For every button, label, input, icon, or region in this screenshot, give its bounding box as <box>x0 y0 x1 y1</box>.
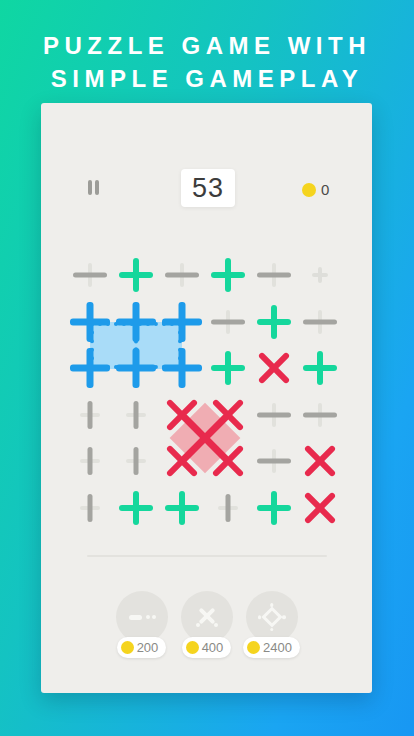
symbol-minus <box>257 444 291 478</box>
symbol-plus <box>165 491 199 525</box>
cell-r3c6[interactable] <box>297 345 343 392</box>
symbol-blueplus <box>70 302 110 342</box>
symbol-vbar <box>78 493 102 523</box>
symbol-minus <box>165 258 199 292</box>
cell-r1c2[interactable] <box>113 252 159 299</box>
powerup-compass-price: 2400 <box>263 640 292 655</box>
cell-r6c3[interactable] <box>159 485 205 532</box>
symbol-plus <box>119 258 153 292</box>
powerup-dash-price: 200 <box>137 640 159 655</box>
crossed-swords-icon <box>195 605 219 629</box>
symbol-faintplus <box>312 267 328 283</box>
cell-r5c1[interactable] <box>67 438 113 485</box>
cell-r1c5[interactable] <box>251 252 297 299</box>
powerup-swords-price: 400 <box>202 640 224 655</box>
divider-line <box>87 555 327 557</box>
symbol-vbar <box>216 493 240 523</box>
powerup-swords-circle[interactable] <box>181 591 233 643</box>
cell-r4c1[interactable] <box>67 392 113 439</box>
coin-count: 0 <box>321 181 329 198</box>
symbol-vbar <box>124 400 148 430</box>
cell-r6c1[interactable] <box>67 485 113 532</box>
symbol-plus <box>211 351 245 385</box>
big-red-cross <box>181 414 229 462</box>
cell-r2c5[interactable] <box>251 299 297 346</box>
score-display: 53 <box>181 169 235 207</box>
compass-diamond-icon <box>258 603 286 631</box>
powerup-dash-price-badge: 200 <box>117 637 167 658</box>
cell-r1c6[interactable] <box>297 252 343 299</box>
powerup-dash-circle[interactable] <box>116 591 168 643</box>
coin-icon <box>121 641 134 654</box>
dash-dots-icon <box>129 614 155 620</box>
cell-r6c6[interactable] <box>297 485 343 532</box>
cell-r2c4[interactable] <box>205 299 251 346</box>
cell-r3c4[interactable] <box>205 345 251 392</box>
title-line-1: PUZZLE GAME WITH <box>0 29 414 62</box>
cell-r2c3[interactable] <box>159 299 205 346</box>
symbol-minus <box>303 398 337 432</box>
powerup-compass[interactable]: 2400 <box>246 591 298 658</box>
cell-r2c2[interactable] <box>113 299 159 346</box>
title-line-2: SIMPLE GAMEPLAY <box>0 62 414 95</box>
symbol-blueplus <box>162 348 202 388</box>
coin-icon <box>247 641 260 654</box>
cell-r4c2[interactable] <box>113 392 159 439</box>
coin-icon <box>302 183 316 197</box>
symbol-cross <box>305 446 335 476</box>
cell-r5c6[interactable] <box>297 438 343 485</box>
symbol-minus <box>73 258 107 292</box>
symbol-plus <box>211 258 245 292</box>
game-screen-card: 53 0 200 400 <box>41 103 372 693</box>
app-store-title: PUZZLE GAME WITH SIMPLE GAMEPLAY <box>0 29 414 95</box>
symbol-minus <box>303 305 337 339</box>
cell-r4c6[interactable] <box>297 392 343 439</box>
symbol-plus <box>303 351 337 385</box>
symbol-plus <box>119 491 153 525</box>
symbol-blueplus <box>116 348 156 388</box>
cell-r6c2[interactable] <box>113 485 159 532</box>
pause-icon[interactable] <box>86 180 101 196</box>
cell-r3c2[interactable] <box>113 345 159 392</box>
symbol-vbar <box>124 446 148 476</box>
powerup-compass-circle[interactable] <box>246 591 298 643</box>
score-value: 53 <box>192 173 224 204</box>
board-grid[interactable] <box>67 252 343 531</box>
cell-r3c1[interactable] <box>67 345 113 392</box>
cell-r5c2[interactable] <box>113 438 159 485</box>
symbol-cross <box>259 353 289 383</box>
cell-r6c5[interactable] <box>251 485 297 532</box>
cell-r5c5[interactable] <box>251 438 297 485</box>
powerup-dash[interactable]: 200 <box>116 591 168 658</box>
symbol-blueplus <box>116 302 156 342</box>
powerup-swords-price-badge: 400 <box>182 637 232 658</box>
cell-r1c4[interactable] <box>205 252 251 299</box>
powerup-swords[interactable]: 400 <box>181 591 233 658</box>
cell-r2c6[interactable] <box>297 299 343 346</box>
cell-r4c5[interactable] <box>251 392 297 439</box>
symbol-plus <box>257 491 291 525</box>
cell-r2c1[interactable] <box>67 299 113 346</box>
symbol-vbar <box>78 400 102 430</box>
powerup-compass-price-badge: 2400 <box>243 637 300 658</box>
cell-r3c5[interactable] <box>251 345 297 392</box>
cell-r3c3[interactable] <box>159 345 205 392</box>
cell-r6c4[interactable] <box>205 485 251 532</box>
coin-icon <box>186 641 199 654</box>
symbol-cross <box>305 493 335 523</box>
symbol-plus <box>257 305 291 339</box>
powerup-bar: 200 400 2400 <box>41 591 372 658</box>
symbol-blueplus <box>162 302 202 342</box>
symbol-minus <box>257 398 291 432</box>
cell-r1c1[interactable] <box>67 252 113 299</box>
symbol-minus <box>257 258 291 292</box>
symbol-blueplus <box>70 348 110 388</box>
symbol-minus <box>211 305 245 339</box>
symbol-vbar <box>78 446 102 476</box>
cell-r1c3[interactable] <box>159 252 205 299</box>
